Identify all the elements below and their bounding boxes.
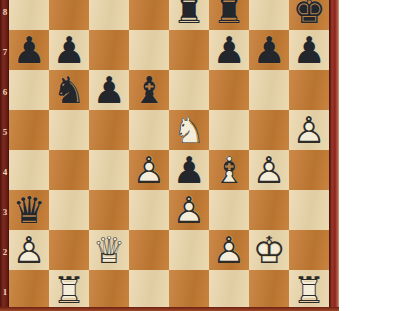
white-piece-outline: ♗ — [209, 150, 249, 190]
piece-white-queen[interactable]: ♛♕ — [89, 230, 129, 270]
square-e3[interactable]: ♟♙ — [169, 190, 209, 230]
square-h6[interactable] — [289, 70, 329, 110]
square-e4[interactable]: ♟ — [169, 150, 209, 190]
square-d7[interactable] — [129, 30, 169, 70]
square-b1[interactable]: ♜♖ — [49, 270, 89, 310]
piece-white-pawn[interactable]: ♟♙ — [289, 110, 329, 150]
square-d8[interactable] — [129, 0, 169, 30]
square-h2[interactable] — [289, 230, 329, 270]
board-frame-left: 87654321 — [0, 0, 9, 311]
square-d6[interactable]: ♝ — [129, 70, 169, 110]
square-e2[interactable] — [169, 230, 209, 270]
piece-white-rook[interactable]: ♜♖ — [49, 270, 89, 310]
square-f6[interactable] — [209, 70, 249, 110]
square-h3[interactable] — [289, 190, 329, 230]
piece-black-pawn[interactable]: ♟ — [89, 70, 129, 110]
white-piece-outline: ♕ — [89, 230, 129, 270]
board-frame-right — [329, 0, 339, 311]
white-piece-outline: ♖ — [289, 270, 329, 310]
rank-label-5: 5 — [1, 126, 9, 138]
square-f7[interactable]: ♟ — [209, 30, 249, 70]
square-b8[interactable] — [49, 0, 89, 30]
white-piece-outline: ♔ — [249, 230, 289, 270]
square-f2[interactable]: ♟♙ — [209, 230, 249, 270]
square-f8[interactable]: ♜ — [209, 0, 249, 30]
piece-black-pawn[interactable]: ♟ — [49, 30, 89, 70]
piece-black-pawn[interactable]: ♟ — [209, 30, 249, 70]
square-c6[interactable]: ♟ — [89, 70, 129, 110]
square-h7[interactable]: ♟ — [289, 30, 329, 70]
square-b4[interactable] — [49, 150, 89, 190]
board: ♜♜♚♟♟♟♟♟♞♟♝♞♘♟♙♟♙♟♝♗♟♙♛♟♙♟♙♛♕♟♙♚♔♜♖♜♖ — [9, 0, 329, 310]
white-piece-outline: ♘ — [169, 110, 209, 150]
square-d3[interactable] — [129, 190, 169, 230]
square-c3[interactable] — [89, 190, 129, 230]
piece-white-pawn[interactable]: ♟♙ — [209, 230, 249, 270]
square-c1[interactable] — [89, 270, 129, 310]
rank-label-1: 1 — [1, 286, 9, 298]
page-margin — [339, 0, 414, 311]
piece-white-knight[interactable]: ♞♘ — [169, 110, 209, 150]
piece-white-pawn[interactable]: ♟♙ — [9, 230, 49, 270]
square-d5[interactable] — [129, 110, 169, 150]
white-piece-outline: ♙ — [169, 190, 209, 230]
piece-black-pawn[interactable]: ♟ — [169, 150, 209, 190]
piece-black-king[interactable]: ♚ — [289, 0, 329, 30]
piece-white-pawn[interactable]: ♟♙ — [249, 150, 289, 190]
rank-label-6: 6 — [1, 86, 9, 98]
square-f1[interactable] — [209, 270, 249, 310]
square-e6[interactable] — [169, 70, 209, 110]
square-d4[interactable]: ♟♙ — [129, 150, 169, 190]
square-f3[interactable] — [209, 190, 249, 230]
square-c8[interactable] — [89, 0, 129, 30]
square-e7[interactable] — [169, 30, 209, 70]
square-d1[interactable] — [129, 270, 169, 310]
square-g7[interactable]: ♟ — [249, 30, 289, 70]
rank-label-7: 7 — [1, 46, 9, 58]
white-piece-outline: ♙ — [209, 230, 249, 270]
rank-label-3: 3 — [1, 206, 9, 218]
white-piece-outline: ♙ — [9, 230, 49, 270]
square-h5[interactable]: ♟♙ — [289, 110, 329, 150]
square-c5[interactable] — [89, 110, 129, 150]
square-b5[interactable] — [49, 110, 89, 150]
board-frame-bottom — [0, 307, 339, 311]
square-g6[interactable] — [249, 70, 289, 110]
white-piece-outline: ♙ — [289, 110, 329, 150]
square-h4[interactable] — [289, 150, 329, 190]
square-a1[interactable] — [9, 270, 49, 310]
square-h1[interactable]: ♜♖ — [289, 270, 329, 310]
piece-black-bishop[interactable]: ♝ — [129, 70, 169, 110]
piece-black-queen[interactable]: ♛ — [9, 190, 49, 230]
square-d2[interactable] — [129, 230, 169, 270]
square-g2[interactable]: ♚♔ — [249, 230, 289, 270]
square-a4[interactable] — [9, 150, 49, 190]
chess-diagram: ♜♜♚♟♟♟♟♟♞♟♝♞♘♟♙♟♙♟♝♗♟♙♛♟♙♟♙♛♕♟♙♚♔♜♖♜♖ 87… — [0, 0, 414, 311]
square-e8[interactable]: ♜ — [169, 0, 209, 30]
rank-label-4: 4 — [1, 166, 9, 178]
piece-black-rook[interactable]: ♜ — [209, 0, 249, 30]
square-g3[interactable] — [249, 190, 289, 230]
square-b2[interactable] — [49, 230, 89, 270]
square-e5[interactable]: ♞♘ — [169, 110, 209, 150]
rank-label-8: 8 — [1, 6, 9, 18]
square-c4[interactable] — [89, 150, 129, 190]
square-a8[interactable] — [9, 0, 49, 30]
piece-black-pawn[interactable]: ♟ — [249, 30, 289, 70]
square-g5[interactable] — [249, 110, 289, 150]
piece-black-rook[interactable]: ♜ — [169, 0, 209, 30]
piece-black-knight[interactable]: ♞ — [49, 70, 89, 110]
white-piece-outline: ♙ — [249, 150, 289, 190]
square-a3[interactable]: ♛ — [9, 190, 49, 230]
square-h8[interactable]: ♚ — [289, 0, 329, 30]
piece-black-pawn[interactable]: ♟ — [289, 30, 329, 70]
square-a6[interactable] — [9, 70, 49, 110]
white-piece-outline: ♖ — [49, 270, 89, 310]
square-g1[interactable] — [249, 270, 289, 310]
square-c7[interactable] — [89, 30, 129, 70]
square-b3[interactable] — [49, 190, 89, 230]
square-f5[interactable] — [209, 110, 249, 150]
piece-white-king[interactable]: ♚♔ — [249, 230, 289, 270]
square-c2[interactable]: ♛♕ — [89, 230, 129, 270]
piece-black-pawn[interactable]: ♟ — [9, 30, 49, 70]
square-b6[interactable]: ♞ — [49, 70, 89, 110]
piece-white-pawn[interactable]: ♟♙ — [129, 150, 169, 190]
square-b7[interactable]: ♟ — [49, 30, 89, 70]
square-f4[interactable]: ♝♗ — [209, 150, 249, 190]
rank-label-2: 2 — [1, 246, 9, 258]
square-g8[interactable] — [249, 0, 289, 30]
piece-white-rook[interactable]: ♜♖ — [289, 270, 329, 310]
piece-white-bishop[interactable]: ♝♗ — [209, 150, 249, 190]
square-a5[interactable] — [9, 110, 49, 150]
square-a2[interactable]: ♟♙ — [9, 230, 49, 270]
square-a7[interactable]: ♟ — [9, 30, 49, 70]
white-piece-outline: ♙ — [129, 150, 169, 190]
piece-white-pawn[interactable]: ♟♙ — [169, 190, 209, 230]
square-e1[interactable] — [169, 270, 209, 310]
square-g4[interactable]: ♟♙ — [249, 150, 289, 190]
